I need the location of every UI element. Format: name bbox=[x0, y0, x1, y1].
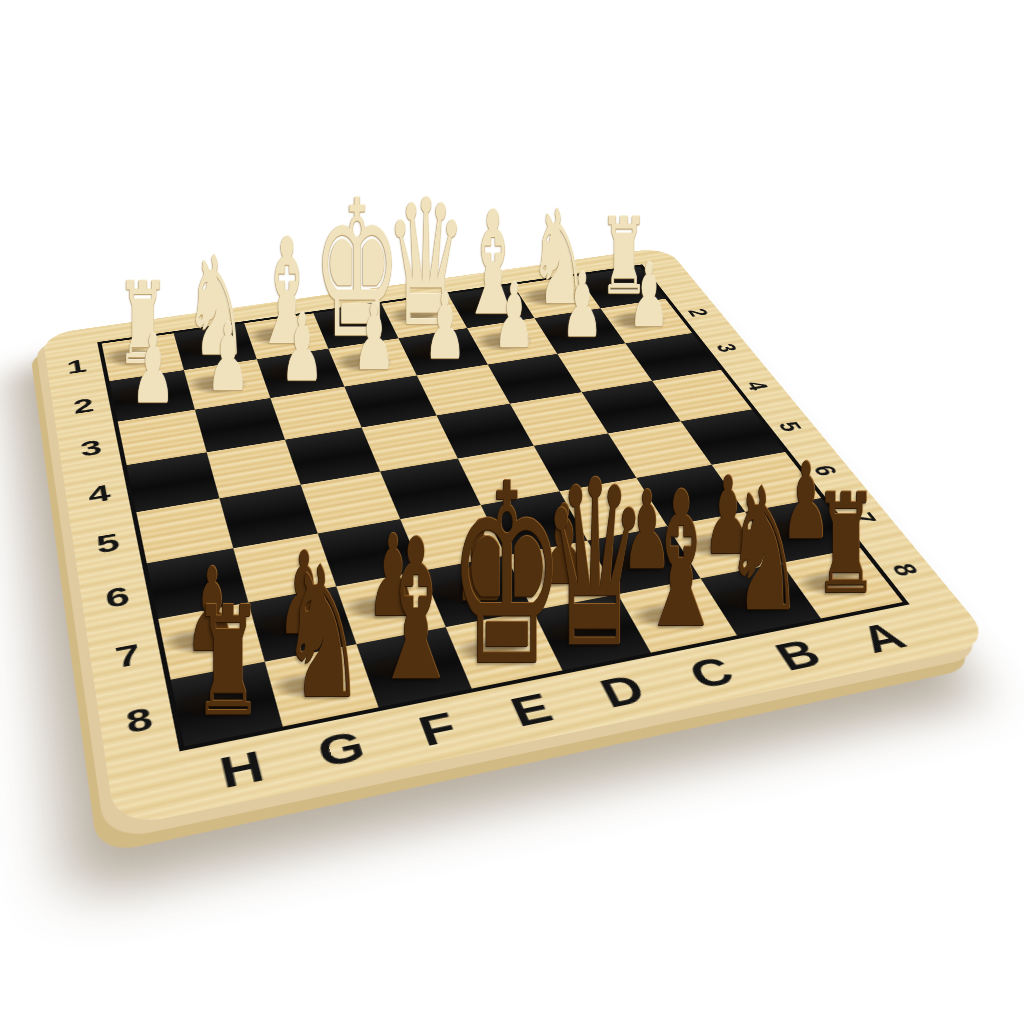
black-bishop-icon: ♝ bbox=[637, 468, 724, 655]
white-pawn-icon: ♟ bbox=[353, 292, 396, 383]
white-pawn-icon: ♟ bbox=[424, 282, 466, 372]
white-pawn-icon: ♟ bbox=[206, 312, 249, 405]
white-pawn-icon: ♟ bbox=[280, 302, 323, 394]
white-pawn-icon: ♟ bbox=[493, 272, 535, 361]
white-pawn-icon: ♟ bbox=[628, 253, 669, 341]
black-queen-icon: ♛ bbox=[541, 450, 648, 679]
black-rook-icon: ♜ bbox=[814, 476, 878, 614]
black-rook-icon: ♜ bbox=[192, 587, 262, 738]
white-pawn-icon: ♟ bbox=[131, 323, 175, 417]
black-knight-icon: ♞ bbox=[725, 466, 804, 636]
chess-set-photo: 123456782345678HGFEDCBA ♜♞♝♚♛♝♞♜♟♟♟♟♟♟♟♟… bbox=[0, 0, 1024, 1024]
pieces-layer: ♜♞♝♚♛♝♞♜♟♟♟♟♟♟♟♟♟♟♟♟♟♟♟♟♜♞♝♚♛♝♞♜ bbox=[0, 0, 1024, 1024]
black-knight-icon: ♞ bbox=[281, 543, 365, 724]
white-pawn-icon: ♟ bbox=[562, 262, 603, 350]
black-bishop-icon: ♝ bbox=[371, 514, 461, 708]
